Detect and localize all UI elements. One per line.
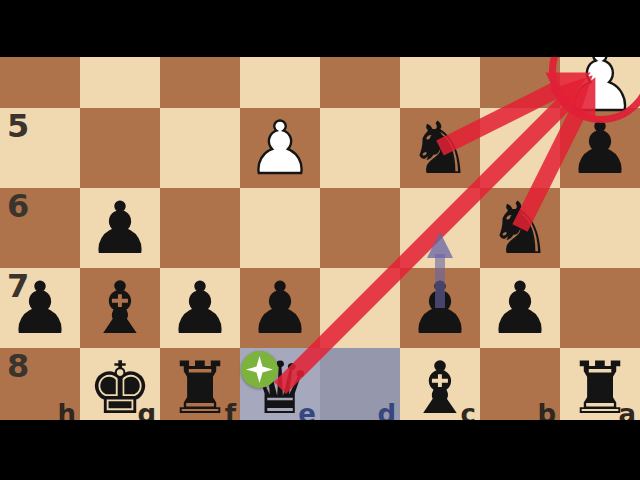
piece-black-pawn-b7[interactable]: ♟ [480, 268, 560, 348]
sparkle-star-icon [246, 356, 273, 383]
piece-black-pawn-h7[interactable]: ♟ [0, 268, 80, 348]
square-h8[interactable]: 8h [0, 348, 80, 428]
square-g5[interactable] [80, 108, 160, 188]
square-f6[interactable] [160, 188, 240, 268]
square-a7[interactable] [560, 268, 640, 348]
square-f5[interactable] [160, 108, 240, 188]
piece-black-knight-c5[interactable]: ♞ [400, 108, 480, 188]
square-c6[interactable] [400, 188, 480, 268]
video-frame: 5678hgfedcba♟♟♟♞♞♟♟♝♟♟♟♟♚♜♛♝♜ [0, 0, 640, 480]
piece-black-knight-b6[interactable]: ♞ [480, 188, 560, 268]
rank-label-8: 8 [7, 348, 29, 384]
letterbox-top-bar [0, 0, 640, 57]
chess-board: 5678hgfedcba♟♟♟♞♞♟♟♝♟♟♟♟♚♜♛♝♜ [0, 28, 640, 428]
piece-black-rook-f8[interactable]: ♜ [160, 348, 240, 428]
square-h5[interactable]: 5 [0, 108, 80, 188]
rank-label-6: 6 [7, 188, 29, 224]
piece-black-pawn-e7[interactable]: ♟ [240, 268, 320, 348]
best-move-badge [241, 351, 278, 388]
square-h6[interactable]: 6 [0, 188, 80, 268]
letterbox-bottom-bar [0, 420, 640, 480]
rank-label-5: 5 [7, 108, 29, 144]
piece-white-pawn-e5[interactable]: ♟ [240, 108, 320, 188]
piece-black-bishop-g7[interactable]: ♝ [80, 268, 160, 348]
square-e6[interactable] [240, 188, 320, 268]
square-b8[interactable]: b [480, 348, 560, 428]
square-d5[interactable] [320, 108, 400, 188]
square-b5[interactable] [480, 108, 560, 188]
square-d7[interactable] [320, 268, 400, 348]
piece-black-king-g8[interactable]: ♚ [80, 348, 160, 428]
piece-black-pawn-c7[interactable]: ♟ [400, 268, 480, 348]
piece-black-bishop-c8[interactable]: ♝ [400, 348, 480, 428]
square-d8[interactable]: d [320, 348, 400, 428]
square-d6[interactable] [320, 188, 400, 268]
piece-black-pawn-g6[interactable]: ♟ [80, 188, 160, 268]
piece-black-pawn-f7[interactable]: ♟ [160, 268, 240, 348]
square-a6[interactable] [560, 188, 640, 268]
piece-black-rook-a8[interactable]: ♜ [560, 348, 640, 428]
